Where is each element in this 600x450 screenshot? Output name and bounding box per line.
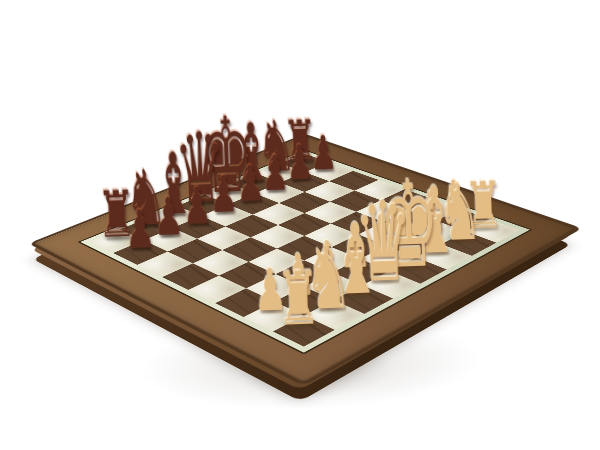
scene: ♜♞♟♝♟♚♟♛♟♝♟♞♟♟♜♟♟♜♟♟♞♟♝♟♚♟♛♟♝♟♞♜ bbox=[0, 0, 600, 450]
piece-white-rook-a1[interactable]: ♜ bbox=[247, 261, 351, 338]
chess-set-photo: ♜♞♟♝♟♚♟♛♟♝♟♞♟♟♜♟♟♜♟♟♞♟♝♟♚♟♛♟♝♟♞♜ bbox=[0, 0, 600, 450]
piece-black-pawn-a7[interactable]: ♟ bbox=[91, 202, 189, 258]
pieces-layer: ♜♞♟♝♟♚♟♛♟♝♟♞♟♟♜♟♟♜♟♟♞♟♝♟♚♟♛♟♝♟♞♜ bbox=[0, 0, 600, 450]
